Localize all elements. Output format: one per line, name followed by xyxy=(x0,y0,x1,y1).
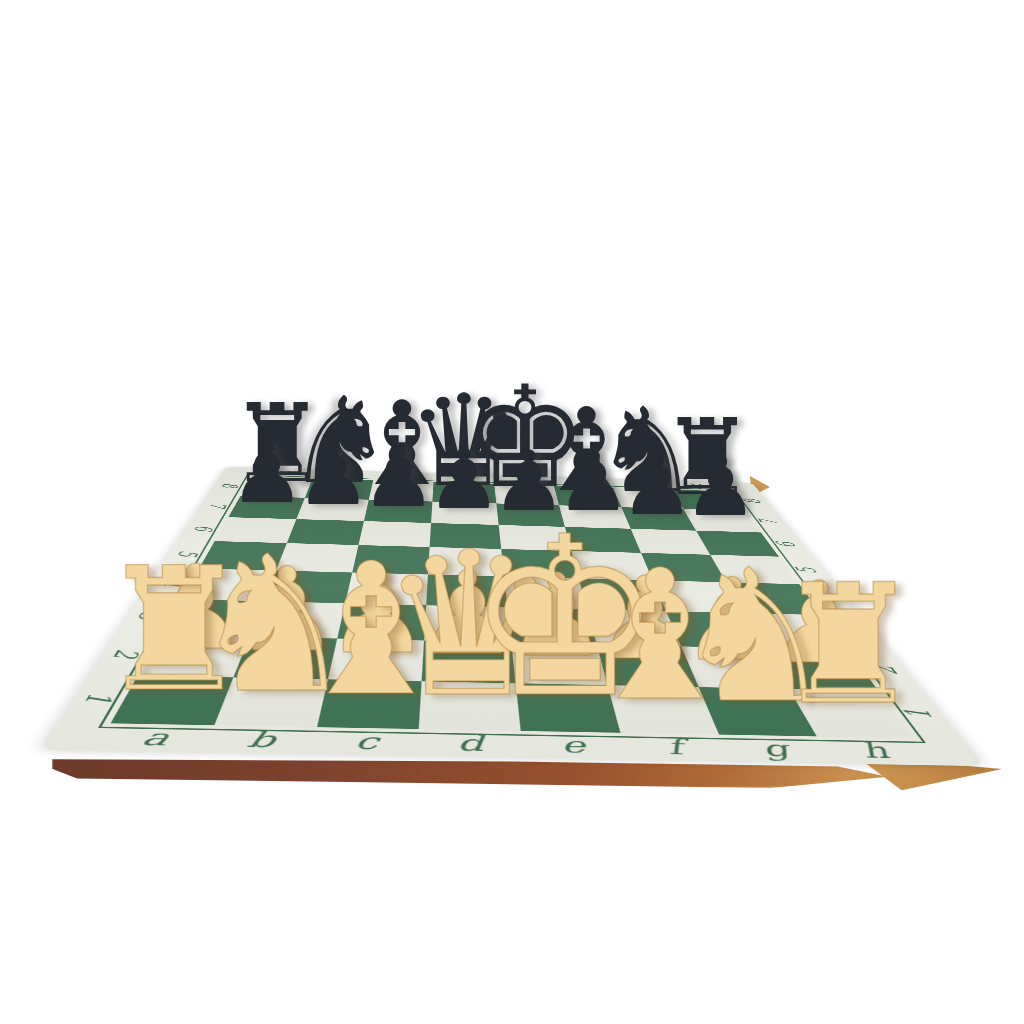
piece-black-pawn-a7[interactable]: ♟ xyxy=(230,431,305,515)
piece-black-pawn-b7[interactable]: ♟ xyxy=(296,433,371,517)
piece-black-pawn-h7[interactable]: ♟ xyxy=(684,446,758,528)
piece-black-pawn-c7[interactable]: ♟ xyxy=(362,435,437,519)
pieces-layer: ♜♞♝♛♚♝♞♜♟♟♟♟♟♟♟♟♟♟♟♟♟♟♟♟♜♞♝♛♚♝♞♜ xyxy=(0,0,1024,1024)
piece-white-rook-h1[interactable]: ♜ xyxy=(774,563,922,728)
